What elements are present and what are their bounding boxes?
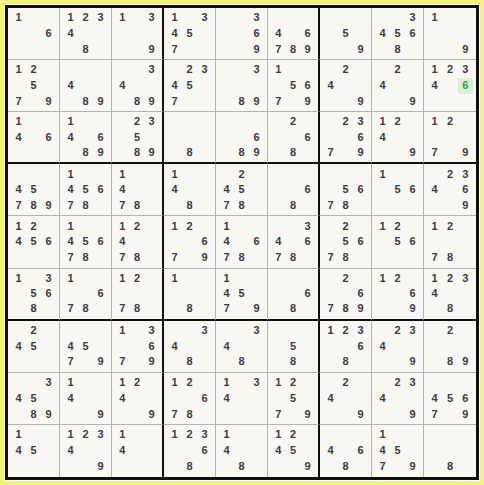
candidate-mark <box>144 301 159 316</box>
candidate-mark <box>323 271 338 286</box>
candidate-mark <box>197 198 212 214</box>
candidate-mark <box>271 182 286 198</box>
candidate-mark <box>130 338 145 354</box>
candidate-mark: 1 <box>115 323 130 339</box>
cell-r1c3[interactable]: 139 <box>112 8 164 60</box>
candidate-mark <box>338 286 353 301</box>
candidate-mark: 7 <box>11 94 26 110</box>
candidate-mark: 8 <box>286 41 301 57</box>
candidate-mark: 2 <box>390 323 405 339</box>
candidate-mark <box>41 427 56 443</box>
cell-r7c6[interactable]: 58 <box>268 321 320 373</box>
candidate-mark <box>26 10 41 26</box>
candidate-mark <box>338 94 353 110</box>
candidate-mark: 4 <box>271 234 286 250</box>
cell-r4c6[interactable]: 68 <box>268 164 320 216</box>
cell-r5c9[interactable]: 1278 <box>424 216 476 268</box>
candidate-mark <box>93 301 108 316</box>
cell-r2c6[interactable]: 15679 <box>268 60 320 112</box>
candidate-mark: 4 <box>219 286 234 301</box>
candidate-mark <box>41 338 56 354</box>
candidate-mark: 7 <box>63 198 78 214</box>
candidate-mark <box>458 427 473 443</box>
candidate-mark: 9 <box>249 301 264 316</box>
candidate-mark <box>405 62 420 78</box>
candidate-mark: 8 <box>78 41 93 57</box>
candidate-mark: 8 <box>78 301 93 316</box>
candidate-mark: 2 <box>338 62 353 78</box>
candidate-mark <box>427 427 442 443</box>
cell-r5c8[interactable]: 1256 <box>372 216 424 268</box>
candidate-mark <box>286 62 301 78</box>
candidate-mark <box>78 443 93 459</box>
candidate-mark <box>63 94 78 110</box>
cell-r1c2[interactable]: 12348 <box>60 8 112 60</box>
cell-r9c9[interactable]: 8 <box>424 425 476 477</box>
candidate-mark: 1 <box>63 114 78 129</box>
candidate-mark: 9 <box>353 301 368 316</box>
candidate-mark: 9 <box>249 94 264 110</box>
cell-r8c7[interactable]: 249 <box>320 373 372 425</box>
cell-r8c2[interactable]: 149 <box>60 373 112 425</box>
cell-r8c1[interactable]: 34589 <box>8 373 60 425</box>
candidate-mark <box>182 234 197 250</box>
candidate-mark: 6 <box>197 234 212 250</box>
cell-r2c3[interactable]: 3489 <box>112 60 164 112</box>
cell-r3c2[interactable]: 14689 <box>60 112 112 164</box>
candidate-mark <box>323 10 338 26</box>
candidate-mark <box>78 166 93 182</box>
candidate-mark <box>390 301 405 316</box>
candidate-mark: 8 <box>182 145 197 160</box>
cell-r8c6[interactable]: 12579 <box>268 373 320 425</box>
candidate-mark: 6 <box>405 26 420 42</box>
candidate-mark <box>375 182 390 198</box>
candidate-mark: 4 <box>375 26 390 42</box>
candidate-mark: 6 <box>405 182 420 198</box>
candidate-mark <box>41 145 56 160</box>
candidate-mark: 7 <box>427 145 442 160</box>
candidate-mark <box>286 459 301 475</box>
candidate-mark: 2 <box>286 375 301 391</box>
candidate-mark <box>458 94 473 110</box>
candidate-mark: 2 <box>442 323 457 339</box>
candidate-mark <box>338 406 353 422</box>
candidate-mark: 9 <box>144 145 159 160</box>
candidate-mark: 9 <box>249 41 264 57</box>
candidate-mark: 1 <box>167 271 182 286</box>
cell-r4c7[interactable]: 5678 <box>320 164 372 216</box>
candidate-mark <box>219 323 234 339</box>
candidate-mark <box>41 354 56 370</box>
candidate-mark <box>234 271 249 286</box>
cell-r9c8[interactable]: 14579 <box>372 425 424 477</box>
candidate-mark: 4 <box>63 443 78 459</box>
cell-r7c4[interactable]: 348 <box>164 321 216 373</box>
cell-r7c5[interactable]: 348 <box>216 321 268 373</box>
candidate-mark <box>219 406 234 422</box>
candidate-mark <box>130 26 145 42</box>
cell-r9c1[interactable]: 145 <box>8 425 60 477</box>
candidate-mark: 8 <box>338 459 353 475</box>
cell-r8c9[interactable]: 45679 <box>424 373 476 425</box>
candidate-mark <box>197 286 212 301</box>
candidate-mark: 1 <box>375 271 390 286</box>
candidate-mark <box>271 114 286 129</box>
candidate-mark <box>271 459 286 475</box>
candidate-mark <box>63 62 78 78</box>
cell-r8c3[interactable]: 1249 <box>112 373 164 425</box>
cell-r3c3[interactable]: 23589 <box>112 112 164 164</box>
candidate-mark: 3 <box>197 62 212 78</box>
candidate-mark: 7 <box>219 198 234 214</box>
candidate-mark: 3 <box>93 427 108 443</box>
cell-r5c4[interactable]: 12679 <box>164 216 216 268</box>
candidate-mark: 6 <box>93 234 108 250</box>
candidate-mark: 1 <box>11 114 26 129</box>
candidate-mark: 4 <box>427 390 442 406</box>
candidate-mark <box>115 286 130 301</box>
cell-r2c2[interactable]: 489 <box>60 60 112 112</box>
candidate-mark <box>26 145 41 160</box>
candidate-mark <box>405 130 420 145</box>
candidate-mark <box>353 26 368 42</box>
cell-r5c3[interactable]: 12478 <box>112 216 164 268</box>
candidate-mark: 5 <box>338 234 353 250</box>
candidate-mark: 9 <box>405 145 420 160</box>
cell-r5c2[interactable]: 145678 <box>60 216 112 268</box>
candidate-mark <box>197 94 212 110</box>
cell-r6c8[interactable]: 1269 <box>372 269 424 321</box>
candidate-mark <box>390 145 405 160</box>
candidate-mark: 2 <box>338 375 353 391</box>
cell-r2c9[interactable]: 12346 <box>424 60 476 112</box>
candidate-mark: 2 <box>442 114 457 129</box>
cell-r3c4[interactable]: 8 <box>164 112 216 164</box>
candidate-mark <box>353 354 368 370</box>
candidate-mark <box>197 459 212 475</box>
candidate-mark <box>458 375 473 391</box>
candidate-mark: 4 <box>11 234 26 250</box>
candidate-mark <box>182 338 197 354</box>
candidate-mark <box>197 166 212 182</box>
candidate-mark: 5 <box>26 390 41 406</box>
candidate-mark <box>26 166 41 182</box>
candidate-mark: 2 <box>286 114 301 129</box>
candidate-mark: 9 <box>93 406 108 422</box>
cell-r1c5[interactable]: 369 <box>216 8 268 60</box>
candidate-mark: 9 <box>300 459 315 475</box>
candidate-mark <box>323 459 338 475</box>
candidate-mark <box>41 166 56 182</box>
candidate-mark <box>405 114 420 129</box>
cell-r7c2[interactable]: 4579 <box>60 321 112 373</box>
cell-r9c3[interactable]: 14 <box>112 425 164 477</box>
cell-r7c8[interactable]: 2349 <box>372 321 424 373</box>
candidate-mark: 2 <box>78 10 93 26</box>
candidate-mark <box>93 218 108 234</box>
cell-r7c1[interactable]: 245 <box>8 321 60 373</box>
candidate-mark <box>115 145 130 160</box>
candidate-mark: 7 <box>427 250 442 266</box>
candidate-mark: 3 <box>458 271 473 286</box>
cell-r3c7[interactable]: 23679 <box>320 112 372 164</box>
candidate-mark <box>271 286 286 301</box>
cell-r1c9[interactable]: 19 <box>424 8 476 60</box>
candidate-mark <box>375 198 390 214</box>
candidate-mark <box>271 198 286 214</box>
candidate-mark: 3 <box>41 271 56 286</box>
candidate-mark <box>182 130 197 145</box>
candidate-mark <box>249 271 264 286</box>
candidate-mark: 1 <box>11 271 26 286</box>
candidate-mark: 1 <box>63 218 78 234</box>
candidate-mark <box>249 286 264 301</box>
candidate-mark <box>323 286 338 301</box>
candidate-mark <box>11 459 26 475</box>
candidate-mark: 9 <box>300 41 315 57</box>
candidate-mark <box>219 10 234 26</box>
candidate-mark <box>249 166 264 182</box>
candidate-mark: 9 <box>405 301 420 316</box>
candidate-mark: 2 <box>182 427 197 443</box>
candidate-mark <box>427 26 442 42</box>
cell-r9c4[interactable]: 12368 <box>164 425 216 477</box>
candidate-mark <box>286 94 301 110</box>
candidate-mark: 7 <box>167 406 182 422</box>
candidate-mark: 2 <box>130 114 145 129</box>
cell-r4c5[interactable]: 24578 <box>216 164 268 216</box>
candidate-mark <box>375 354 390 370</box>
candidate-mark <box>26 271 41 286</box>
candidate-mark <box>300 354 315 370</box>
candidate-mark: 7 <box>271 406 286 422</box>
candidate-mark <box>323 62 338 78</box>
candidate-mark <box>375 250 390 266</box>
candidate-mark <box>93 250 108 266</box>
cell-r9c2[interactable]: 12349 <box>60 425 112 477</box>
cell-r2c8[interactable]: 249 <box>372 60 424 112</box>
candidate-mark: 8 <box>130 198 145 214</box>
cell-r8c5[interactable]: 134 <box>216 373 268 425</box>
cell-r6c1[interactable]: 13568 <box>8 269 60 321</box>
cell-r2c4[interactable]: 23457 <box>164 60 216 112</box>
candidate-mark <box>353 250 368 266</box>
candidate-mark: 3 <box>144 323 159 339</box>
candidate-mark <box>130 354 145 370</box>
candidate-mark <box>323 26 338 42</box>
candidate-mark: 2 <box>390 114 405 129</box>
candidate-mark <box>41 10 56 26</box>
candidate-mark <box>286 182 301 198</box>
cell-r6c9[interactable]: 12348 <box>424 269 476 321</box>
cell-r1c7[interactable]: 59 <box>320 8 372 60</box>
candidate-mark <box>323 338 338 354</box>
candidate-mark <box>130 459 145 475</box>
candidate-mark <box>286 286 301 301</box>
candidate-mark <box>197 271 212 286</box>
candidate-mark: 3 <box>405 323 420 339</box>
candidate-mark: 8 <box>442 301 457 316</box>
candidate-mark: 4 <box>115 234 130 250</box>
cell-r6c3[interactable]: 1278 <box>112 269 164 321</box>
candidate-mark: 2 <box>130 218 145 234</box>
candidate-mark <box>271 390 286 406</box>
candidate-mark <box>78 375 93 391</box>
candidate-mark <box>182 390 197 406</box>
candidate-mark <box>234 234 249 250</box>
cell-r5c7[interactable]: 25678 <box>320 216 372 268</box>
candidate-mark <box>390 250 405 266</box>
cell-r9c7[interactable]: 468 <box>320 425 372 477</box>
candidate-mark: 1 <box>167 218 182 234</box>
cell-r4c8[interactable]: 156 <box>372 164 424 216</box>
candidate-mark <box>144 375 159 391</box>
candidate-mark: 6 <box>197 443 212 459</box>
cell-r3c9[interactable]: 1279 <box>424 112 476 164</box>
candidate-mark: 8 <box>234 354 249 370</box>
candidate-mark: 2 <box>182 375 197 391</box>
candidate-mark: 9 <box>353 406 368 422</box>
candidate-mark <box>63 286 78 301</box>
candidate-mark <box>11 145 26 160</box>
cell-r2c5[interactable]: 389 <box>216 60 268 112</box>
candidate-mark: 2 <box>26 62 41 78</box>
candidate-mark <box>63 323 78 339</box>
candidate-mark <box>353 390 368 406</box>
candidate-mark: 5 <box>26 286 41 301</box>
cell-r9c6[interactable]: 12459 <box>268 425 320 477</box>
candidate-mark <box>78 354 93 370</box>
candidate-mark: 6 <box>353 234 368 250</box>
candidate-mark <box>144 234 159 250</box>
cell-r3c8[interactable]: 1249 <box>372 112 424 164</box>
candidate-mark: 1 <box>63 271 78 286</box>
candidate-mark: 8 <box>338 301 353 316</box>
candidate-mark <box>442 234 457 250</box>
candidate-mark: 8 <box>182 301 197 316</box>
candidate-mark <box>78 114 93 129</box>
candidate-mark: 2 <box>442 166 457 182</box>
candidate-mark <box>323 94 338 110</box>
candidate-mark <box>130 166 145 182</box>
candidate-mark <box>41 459 56 475</box>
candidate-mark <box>405 338 420 354</box>
candidate-mark <box>219 114 234 129</box>
candidate-mark: 6 <box>93 286 108 301</box>
cell-r9c5[interactable]: 148 <box>216 425 268 477</box>
cell-r6c2[interactable]: 1678 <box>60 269 112 321</box>
cell-r5c1[interactable]: 12456 <box>8 216 60 268</box>
candidate-mark: 1 <box>427 114 442 129</box>
candidate-mark: 8 <box>442 354 457 370</box>
candidate-mark <box>249 198 264 214</box>
cell-r3c5[interactable]: 689 <box>216 112 268 164</box>
candidate-mark: 4 <box>115 182 130 198</box>
candidate-mark: 8 <box>26 406 41 422</box>
cell-r6c5[interactable]: 14579 <box>216 269 268 321</box>
candidate-mark: 1 <box>115 166 130 182</box>
candidate-mark: 1 <box>375 166 390 182</box>
candidate-mark <box>41 182 56 198</box>
candidate-mark <box>144 198 159 214</box>
cell-r3c6[interactable]: 268 <box>268 112 320 164</box>
candidate-mark <box>338 443 353 459</box>
candidate-mark <box>390 78 405 94</box>
candidate-mark <box>167 234 182 250</box>
candidate-mark: 7 <box>323 145 338 160</box>
candidate-mark <box>323 182 338 198</box>
candidate-mark <box>219 130 234 145</box>
cell-r2c7[interactable]: 249 <box>320 60 372 112</box>
cell-r5c5[interactable]: 14678 <box>216 216 268 268</box>
candidate-mark: 3 <box>405 10 420 26</box>
cell-r7c9[interactable]: 289 <box>424 321 476 373</box>
cell-r2c1[interactable]: 12579 <box>8 60 60 112</box>
cell-r7c3[interactable]: 13679 <box>112 321 164 373</box>
cell-r4c3[interactable]: 1478 <box>112 164 164 216</box>
cell-r4c4[interactable]: 148 <box>164 164 216 216</box>
candidate-mark: 4 <box>167 78 182 94</box>
candidate-mark: 3 <box>197 323 212 339</box>
candidate-mark <box>182 94 197 110</box>
cell-r1c1[interactable]: 16 <box>8 8 60 60</box>
candidate-mark <box>144 459 159 475</box>
cell-r8c8[interactable]: 2349 <box>372 373 424 425</box>
candidate-mark: 7 <box>271 41 286 57</box>
candidate-mark <box>375 286 390 301</box>
candidate-mark: 5 <box>442 390 457 406</box>
cell-r4c9[interactable]: 23469 <box>424 164 476 216</box>
candidate-mark <box>11 406 26 422</box>
candidate-mark: 5 <box>390 26 405 42</box>
cell-r1c6[interactable]: 46789 <box>268 8 320 60</box>
candidate-mark <box>338 338 353 354</box>
cell-r8c4[interactable]: 12678 <box>164 373 216 425</box>
candidate-mark <box>442 338 457 354</box>
candidate-mark <box>300 323 315 339</box>
cell-r5c6[interactable]: 34678 <box>268 216 320 268</box>
cell-r3c1[interactable]: 146 <box>8 112 60 164</box>
candidate-mark: 8 <box>234 250 249 266</box>
candidate-mark <box>93 26 108 42</box>
candidate-mark <box>390 166 405 182</box>
candidate-mark <box>249 338 264 354</box>
candidate-mark: 9 <box>41 406 56 422</box>
sudoku-board: 1612348139134573694678959345681912579489… <box>5 5 479 480</box>
candidate-mark: 9 <box>353 145 368 160</box>
candidate-mark <box>78 271 93 286</box>
candidate-mark <box>353 10 368 26</box>
candidate-mark <box>442 145 457 160</box>
candidate-mark <box>115 26 130 42</box>
cell-r6c7[interactable]: 26789 <box>320 269 372 321</box>
cell-r6c6[interactable]: 68 <box>268 269 320 321</box>
cell-r1c4[interactable]: 13457 <box>164 8 216 60</box>
candidate-mark <box>286 166 301 182</box>
cell-r4c2[interactable]: 145678 <box>60 164 112 216</box>
cell-r6c4[interactable]: 18 <box>164 269 216 321</box>
candidate-mark: 7 <box>323 250 338 266</box>
candidate-mark <box>26 26 41 42</box>
candidate-mark <box>427 130 442 145</box>
candidate-mark: 9 <box>458 41 473 57</box>
cell-r1c8[interactable]: 34568 <box>372 8 424 60</box>
candidate-mark: 9 <box>144 406 159 422</box>
cell-r4c1[interactable]: 45789 <box>8 164 60 216</box>
cell-r7c7[interactable]: 12368 <box>320 321 372 373</box>
outer-frame: 1612348139134573694678959345681912579489… <box>0 0 484 485</box>
